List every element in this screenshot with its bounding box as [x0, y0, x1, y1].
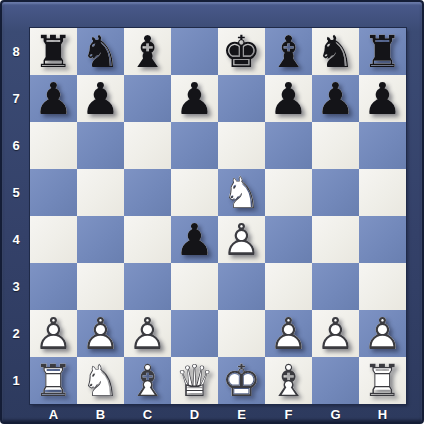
piece-white-pawn[interactable]: ♟♙ [77, 310, 124, 357]
square-e3[interactable] [218, 263, 265, 310]
rank-label-7: 7 [2, 75, 30, 122]
square-a4[interactable] [30, 216, 77, 263]
rank-label-3: 3 [2, 263, 30, 310]
piece-black-pawn[interactable]: ♟♟ [77, 75, 124, 122]
square-g6[interactable] [312, 122, 359, 169]
piece-glyph: ♟ [30, 75, 77, 122]
piece-glyph: ♝ [265, 28, 312, 75]
piece-black-bishop[interactable]: ♝♝ [265, 28, 312, 75]
square-g8[interactable]: ♞♞ [312, 28, 359, 75]
square-h8[interactable]: ♜♜ [359, 28, 406, 75]
square-e2[interactable] [218, 310, 265, 357]
piece-glyph: ♔ [218, 357, 265, 404]
square-b6[interactable] [77, 122, 124, 169]
piece-glyph: ♚ [218, 28, 265, 75]
file-label-f: F [265, 404, 312, 424]
square-h3[interactable] [359, 263, 406, 310]
piece-black-rook[interactable]: ♜♜ [30, 28, 77, 75]
piece-glyph: ♟ [359, 75, 406, 122]
square-a8[interactable]: ♜♜ [30, 28, 77, 75]
square-g1[interactable] [312, 357, 359, 404]
square-e7[interactable] [218, 75, 265, 122]
piece-glyph: ♖ [30, 357, 77, 404]
square-g3[interactable] [312, 263, 359, 310]
piece-white-pawn[interactable]: ♟♙ [30, 310, 77, 357]
piece-white-rook[interactable]: ♜♖ [30, 357, 77, 404]
piece-white-rook[interactable]: ♜♖ [359, 357, 406, 404]
piece-white-pawn[interactable]: ♟♙ [218, 216, 265, 263]
square-e4[interactable]: ♟♙ [218, 216, 265, 263]
square-c7[interactable] [124, 75, 171, 122]
piece-glyph: ♙ [30, 310, 77, 357]
rank-label-4: 4 [2, 216, 30, 263]
square-a3[interactable] [30, 263, 77, 310]
piece-glyph: ♜ [359, 28, 406, 75]
piece-white-knight[interactable]: ♞♘ [77, 357, 124, 404]
piece-glyph: ♘ [77, 357, 124, 404]
square-a5[interactable] [30, 169, 77, 216]
square-b1[interactable]: ♞♘ [77, 357, 124, 404]
file-label-h: H [359, 404, 406, 424]
piece-glyph: ♙ [124, 310, 171, 357]
piece-glyph: ♟ [77, 75, 124, 122]
square-g4[interactable] [312, 216, 359, 263]
square-e8[interactable]: ♚♚ [218, 28, 265, 75]
piece-black-pawn[interactable]: ♟♟ [171, 75, 218, 122]
file-label-g: G [312, 404, 359, 424]
square-a7[interactable]: ♟♟ [30, 75, 77, 122]
square-a6[interactable] [30, 122, 77, 169]
square-c1[interactable]: ♝♗ [124, 357, 171, 404]
piece-glyph: ♗ [265, 357, 312, 404]
piece-glyph: ♞ [77, 28, 124, 75]
piece-glyph: ♟ [171, 75, 218, 122]
piece-glyph: ♙ [218, 216, 265, 263]
piece-white-pawn[interactable]: ♟♙ [359, 310, 406, 357]
square-h2[interactable]: ♟♙ [359, 310, 406, 357]
piece-black-knight[interactable]: ♞♞ [312, 28, 359, 75]
file-label-e: E [218, 404, 265, 424]
square-h4[interactable] [359, 216, 406, 263]
square-h6[interactable] [359, 122, 406, 169]
square-b4[interactable] [77, 216, 124, 263]
chess-board-frame: 87654321 ♜♜♞♞♝♝♚♚♝♝♞♞♜♜♟♟♟♟♟♟♟♟♟♟♟♟♞♘♟♟♟… [0, 0, 424, 424]
square-d4[interactable]: ♟♟ [171, 216, 218, 263]
piece-glyph: ♙ [359, 310, 406, 357]
square-c2[interactable]: ♟♙ [124, 310, 171, 357]
piece-white-king[interactable]: ♚♔ [218, 357, 265, 404]
square-f6[interactable] [265, 122, 312, 169]
piece-black-pawn[interactable]: ♟♟ [312, 75, 359, 122]
square-g7[interactable]: ♟♟ [312, 75, 359, 122]
piece-black-pawn[interactable]: ♟♟ [265, 75, 312, 122]
square-b8[interactable]: ♞♞ [77, 28, 124, 75]
piece-glyph: ♖ [359, 357, 406, 404]
piece-black-pawn[interactable]: ♟♟ [359, 75, 406, 122]
piece-glyph: ♙ [77, 310, 124, 357]
piece-black-knight[interactable]: ♞♞ [77, 28, 124, 75]
rank-label-5: 5 [2, 169, 30, 216]
piece-black-rook[interactable]: ♜♜ [359, 28, 406, 75]
chess-board: ♜♜♞♞♝♝♚♚♝♝♞♞♜♜♟♟♟♟♟♟♟♟♟♟♟♟♞♘♟♟♟♙♟♙♟♙♟♙♟♙… [30, 28, 406, 404]
file-label-a: A [30, 404, 77, 424]
piece-white-knight[interactable]: ♞♘ [218, 169, 265, 216]
piece-glyph: ♕ [171, 357, 218, 404]
piece-black-bishop[interactable]: ♝♝ [124, 28, 171, 75]
square-f1[interactable]: ♝♗ [265, 357, 312, 404]
square-d5[interactable] [171, 169, 218, 216]
square-e5[interactable]: ♞♘ [218, 169, 265, 216]
square-h7[interactable]: ♟♟ [359, 75, 406, 122]
square-f4[interactable] [265, 216, 312, 263]
square-c8[interactable]: ♝♝ [124, 28, 171, 75]
square-e6[interactable] [218, 122, 265, 169]
piece-glyph: ♙ [312, 310, 359, 357]
square-d2[interactable] [171, 310, 218, 357]
square-b2[interactable]: ♟♙ [77, 310, 124, 357]
piece-black-pawn[interactable]: ♟♟ [171, 216, 218, 263]
file-label-d: D [171, 404, 218, 424]
piece-glyph: ♘ [218, 169, 265, 216]
piece-white-bishop[interactable]: ♝♗ [265, 357, 312, 404]
file-labels: ABCDEFGH [30, 404, 406, 424]
rank-label-2: 2 [2, 310, 30, 357]
square-h1[interactable]: ♜♖ [359, 357, 406, 404]
piece-glyph: ♙ [265, 310, 312, 357]
piece-black-king[interactable]: ♚♚ [218, 28, 265, 75]
square-c6[interactable] [124, 122, 171, 169]
piece-glyph: ♗ [124, 357, 171, 404]
rank-label-1: 1 [2, 357, 30, 404]
square-h5[interactable] [359, 169, 406, 216]
rank-labels: 87654321 [2, 28, 30, 404]
square-f2[interactable]: ♟♙ [265, 310, 312, 357]
square-d7[interactable]: ♟♟ [171, 75, 218, 122]
piece-white-queen[interactable]: ♛♕ [171, 357, 218, 404]
square-g5[interactable] [312, 169, 359, 216]
piece-glyph: ♜ [30, 28, 77, 75]
square-b3[interactable] [77, 263, 124, 310]
piece-black-pawn[interactable]: ♟♟ [30, 75, 77, 122]
rank-label-8: 8 [2, 28, 30, 75]
file-label-c: C [124, 404, 171, 424]
square-d6[interactable] [171, 122, 218, 169]
file-label-b: B [77, 404, 124, 424]
square-b7[interactable]: ♟♟ [77, 75, 124, 122]
piece-white-bishop[interactable]: ♝♗ [124, 357, 171, 404]
square-d8[interactable] [171, 28, 218, 75]
square-f5[interactable] [265, 169, 312, 216]
square-a2[interactable]: ♟♙ [30, 310, 77, 357]
square-e1[interactable]: ♚♔ [218, 357, 265, 404]
rank-label-6: 6 [2, 122, 30, 169]
square-g2[interactable]: ♟♙ [312, 310, 359, 357]
square-c4[interactable] [124, 216, 171, 263]
square-f3[interactable] [265, 263, 312, 310]
piece-white-pawn[interactable]: ♟♙ [312, 310, 359, 357]
square-c3[interactable] [124, 263, 171, 310]
piece-white-pawn[interactable]: ♟♙ [124, 310, 171, 357]
square-d1[interactable]: ♛♕ [171, 357, 218, 404]
square-d3[interactable] [171, 263, 218, 310]
square-f8[interactable]: ♝♝ [265, 28, 312, 75]
square-f7[interactable]: ♟♟ [265, 75, 312, 122]
square-a1[interactable]: ♜♖ [30, 357, 77, 404]
piece-glyph: ♝ [124, 28, 171, 75]
piece-glyph: ♟ [265, 75, 312, 122]
square-b5[interactable] [77, 169, 124, 216]
square-c5[interactable] [124, 169, 171, 216]
piece-white-pawn[interactable]: ♟♙ [265, 310, 312, 357]
piece-glyph: ♟ [312, 75, 359, 122]
piece-glyph: ♟ [171, 216, 218, 263]
piece-glyph: ♞ [312, 28, 359, 75]
